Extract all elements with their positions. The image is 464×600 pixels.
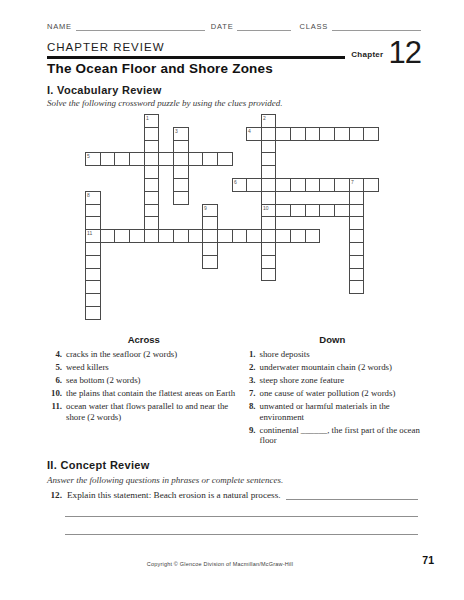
grid-cell-number: 5 xyxy=(87,153,90,159)
grid-cell[interactable] xyxy=(305,127,320,141)
grid-cell[interactable] xyxy=(305,229,320,243)
clue-item: 1.shore deposits xyxy=(244,349,421,360)
grid-cell[interactable] xyxy=(290,127,306,141)
clue-item: 2.underwater mountain chain (2 words) xyxy=(244,362,421,373)
clue-number: 10. xyxy=(47,388,62,399)
grid-cell[interactable] xyxy=(173,191,189,205)
clue-number: 3. xyxy=(244,375,256,386)
clue-text: sea bottom (2 words) xyxy=(66,375,241,386)
masthead-rule xyxy=(47,56,345,59)
grid-cell[interactable] xyxy=(363,127,379,141)
grid-cell[interactable] xyxy=(188,229,203,243)
clue-number: 5. xyxy=(47,362,62,373)
clue-text: underwater mountain chain (2 words) xyxy=(260,362,421,373)
clue-text: steep shore zone feature xyxy=(260,375,421,386)
clue-item: 10.the plains that contain the flattest … xyxy=(47,388,241,399)
question-text: Explain this statement: Beach erosion is… xyxy=(67,489,281,501)
grid-cell[interactable]: 2 xyxy=(261,114,276,128)
grid-cell[interactable] xyxy=(173,229,189,243)
grid-cell-number: 3 xyxy=(175,128,178,134)
grid-cell[interactable] xyxy=(85,216,101,230)
across-clues-column: Across 4.cracks in the seafloor (2 words… xyxy=(47,334,241,448)
grid-cell-number: 10 xyxy=(263,205,269,211)
date-label: DATE xyxy=(211,22,234,31)
grid-cell[interactable] xyxy=(114,229,130,243)
grid-cell[interactable] xyxy=(100,152,115,166)
grid-cell[interactable] xyxy=(217,229,233,243)
clue-item: 3.steep shore zone feature xyxy=(244,375,421,386)
grid-cell[interactable] xyxy=(261,242,276,256)
grid-cell[interactable] xyxy=(100,229,115,243)
answer-line[interactable] xyxy=(65,516,418,517)
grid-cell[interactable]: 11 xyxy=(85,229,101,243)
grid-cell[interactable] xyxy=(349,280,364,294)
grid-cell[interactable]: 7 xyxy=(349,178,364,192)
question-number: 12. xyxy=(47,489,62,501)
grid-cell[interactable] xyxy=(85,293,101,307)
grid-cell-number: 11 xyxy=(87,230,92,236)
clue-text: continental ______, the first part of th… xyxy=(260,425,421,446)
across-heading: Across xyxy=(47,334,241,345)
clue-section: Across 4.cracks in the seafloor (2 words… xyxy=(47,334,421,448)
grid-cell[interactable] xyxy=(85,242,101,256)
grid-cell-number: 9 xyxy=(204,205,207,211)
clue-number: 9. xyxy=(244,425,256,446)
grid-cell[interactable]: 5 xyxy=(85,152,101,166)
grid-cell[interactable] xyxy=(246,178,262,192)
grid-cell[interactable] xyxy=(173,165,189,179)
grid-cell[interactable] xyxy=(217,152,233,166)
clue-number: 6. xyxy=(47,375,62,386)
page-number: 71 xyxy=(422,554,434,566)
grid-cell[interactable] xyxy=(349,229,364,243)
grid-cell[interactable]: 3 xyxy=(173,127,189,141)
grid-cell[interactable] xyxy=(349,242,364,256)
grid-cell[interactable] xyxy=(202,255,218,269)
page-title: The Ocean Floor and Shore Zones xyxy=(47,61,273,76)
grid-cell[interactable] xyxy=(261,165,276,179)
chapter-number: 12 xyxy=(389,37,421,68)
grid-cell[interactable] xyxy=(305,178,320,192)
question-12-row: 12. Explain this statement: Beach erosio… xyxy=(47,489,418,501)
grid-cell[interactable] xyxy=(144,127,159,141)
grid-cell-number: 2 xyxy=(263,115,266,121)
clue-item: 9.continental ______, the first part of … xyxy=(244,425,421,446)
grid-cell[interactable] xyxy=(334,178,350,192)
clue-text: one cause of water pollution (2 words) xyxy=(260,388,421,399)
class-blank-field[interactable] xyxy=(332,22,421,31)
grid-cell[interactable] xyxy=(363,178,379,192)
grid-cell[interactable] xyxy=(261,152,276,166)
grid-cell-number: 8 xyxy=(87,192,90,198)
grid-cell[interactable] xyxy=(319,178,335,192)
concept-review-instructions: Answer the following questions in phrase… xyxy=(47,475,283,485)
clue-item: 6.sea bottom (2 words) xyxy=(47,375,241,386)
grid-cell[interactable] xyxy=(319,204,335,217)
grid-cell[interactable] xyxy=(319,127,335,141)
grid-cell[interactable] xyxy=(246,229,262,243)
grid-cell-number: 7 xyxy=(351,179,354,185)
clue-number: 7. xyxy=(244,388,256,399)
crossword-grid: 1234567891011 xyxy=(85,114,378,319)
grid-cell[interactable] xyxy=(290,178,306,192)
clue-text: weed killers xyxy=(66,362,241,373)
grid-cell[interactable] xyxy=(275,204,291,217)
masthead: CHAPTER REVIEW Chapter 12 xyxy=(47,41,421,59)
clue-item: 7.one cause of water pollution (2 words) xyxy=(244,388,421,399)
grid-cell[interactable] xyxy=(275,229,291,243)
grid-cell[interactable] xyxy=(349,255,364,269)
clue-text: shore deposits xyxy=(260,349,421,360)
grid-cell[interactable] xyxy=(261,178,276,192)
grid-cell[interactable] xyxy=(349,127,364,141)
grid-cell[interactable] xyxy=(158,229,174,243)
grid-cell[interactable] xyxy=(85,255,101,269)
grid-cell[interactable] xyxy=(144,152,159,166)
grid-cell[interactable] xyxy=(158,152,174,166)
date-blank-field[interactable] xyxy=(237,22,291,31)
grid-cell[interactable] xyxy=(85,280,101,294)
grid-cell[interactable]: 1 xyxy=(144,114,159,128)
grid-cell[interactable] xyxy=(85,306,101,320)
clue-text: cracks in the seafloor (2 words) xyxy=(66,349,241,360)
clue-item: 5.weed killers xyxy=(47,362,241,373)
grid-cell[interactable] xyxy=(188,152,203,166)
vocabulary-review-heading: I. Vocabulary Review xyxy=(47,84,162,96)
name-label: NAME xyxy=(47,22,72,31)
grid-cell-number: 4 xyxy=(248,128,251,134)
grid-cell[interactable] xyxy=(334,127,350,141)
clue-text: the plains that contain the flattest are… xyxy=(66,388,241,399)
grid-cell[interactable] xyxy=(173,152,189,166)
grid-cell[interactable]: 4 xyxy=(246,127,262,141)
vocabulary-review-instructions: Solve the following crossword puzzle by … xyxy=(47,98,282,108)
grid-cell[interactable] xyxy=(261,229,276,243)
header-fill-in-row: NAME DATE CLASS xyxy=(47,22,421,31)
clue-text: ocean water that flows parallel to and n… xyxy=(66,401,241,422)
grid-cell[interactable] xyxy=(202,242,218,256)
clue-number: 11. xyxy=(47,401,62,422)
grid-cell-number: 6 xyxy=(234,179,237,185)
grid-cell[interactable] xyxy=(202,152,218,166)
grid-cell[interactable] xyxy=(275,178,291,192)
grid-cell[interactable] xyxy=(129,152,145,166)
name-blank-field[interactable] xyxy=(76,22,205,31)
grid-cell[interactable] xyxy=(261,191,276,205)
grid-cell[interactable] xyxy=(334,204,350,217)
answer-line[interactable] xyxy=(65,534,418,535)
concept-review-heading: II. Concept Review xyxy=(47,459,150,471)
down-heading: Down xyxy=(244,334,421,345)
clue-number: 8. xyxy=(244,401,256,422)
grid-cell[interactable] xyxy=(202,229,218,243)
clue-number: 2. xyxy=(244,362,256,373)
clue-item: 8.unwanted or harmful materials in the e… xyxy=(244,401,421,422)
grid-cell[interactable] xyxy=(144,165,159,179)
grid-cell[interactable] xyxy=(144,178,159,192)
answer-blank-inline[interactable] xyxy=(286,489,418,500)
down-clue-list: 1.shore deposits2.underwater mountain ch… xyxy=(244,349,421,446)
across-clue-list: 4.cracks in the seafloor (2 words)5.weed… xyxy=(47,349,241,422)
grid-cell[interactable] xyxy=(129,229,145,243)
grid-cell[interactable] xyxy=(114,152,130,166)
clue-number: 4. xyxy=(47,349,62,360)
grid-cell[interactable] xyxy=(290,229,306,243)
grid-cell[interactable]: 8 xyxy=(85,191,101,205)
grid-cell[interactable] xyxy=(232,229,247,243)
grid-cell[interactable] xyxy=(144,216,159,230)
clue-item: 11.ocean water that flows parallel to an… xyxy=(47,401,241,422)
grid-cell[interactable] xyxy=(261,255,276,269)
grid-cell-number: 1 xyxy=(146,115,149,121)
grid-cell[interactable] xyxy=(275,127,291,141)
down-clues-column: Down 1.shore deposits2.underwater mounta… xyxy=(244,334,421,448)
chapter-number-block: Chapter 12 xyxy=(351,37,421,68)
grid-cell[interactable] xyxy=(305,204,320,217)
grid-cell[interactable] xyxy=(261,268,276,281)
clue-item: 4.cracks in the seafloor (2 words) xyxy=(47,349,241,360)
grid-cell[interactable] xyxy=(144,191,159,205)
copyright-notice: Copyright © Glencoe Division of Macmilla… xyxy=(0,561,440,567)
clue-text: unwanted or harmful materials in the env… xyxy=(260,401,421,422)
grid-cell[interactable] xyxy=(261,216,276,230)
worksheet-page: NAME DATE CLASS CHAPTER REVIEW Chapter 1… xyxy=(0,0,464,600)
grid-cell[interactable] xyxy=(261,127,276,141)
grid-cell[interactable] xyxy=(349,216,364,230)
grid-cell[interactable] xyxy=(202,216,218,230)
chapter-word: Chapter xyxy=(351,50,383,59)
grid-cell[interactable] xyxy=(290,204,306,217)
grid-cell[interactable] xyxy=(349,191,364,205)
class-label: CLASS xyxy=(299,22,328,31)
clue-number: 1. xyxy=(244,349,256,360)
grid-cell[interactable] xyxy=(173,178,189,192)
grid-cell[interactable] xyxy=(144,229,159,243)
grid-cell[interactable]: 6 xyxy=(232,178,247,192)
